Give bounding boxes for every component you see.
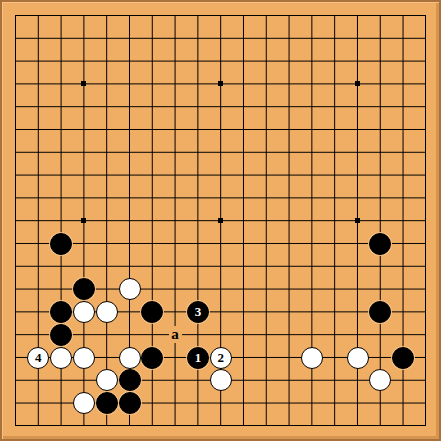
stone-white-move-2: 2 — [210, 347, 232, 369]
stone-white — [347, 347, 369, 369]
stone-white — [73, 392, 95, 414]
stone-white — [73, 301, 95, 323]
stone-black — [369, 233, 391, 255]
stone-black-move-1: 1 — [187, 347, 209, 369]
star-point — [218, 218, 223, 223]
go-diagram: a3142 — [0, 0, 441, 441]
star-point — [355, 81, 360, 86]
go-board: a3142 — [0, 0, 441, 441]
stone-black — [392, 347, 414, 369]
stone-white — [73, 347, 95, 369]
stone-white — [96, 301, 118, 323]
stone-black-move-3: 3 — [187, 301, 209, 323]
stone-white — [96, 369, 118, 391]
stone-black — [96, 392, 118, 414]
stone-white — [119, 278, 141, 300]
stone-white — [50, 347, 72, 369]
stone-white-move-4: 4 — [27, 347, 49, 369]
stone-white — [119, 347, 141, 369]
star-point — [218, 81, 223, 86]
stone-white — [210, 369, 232, 391]
stone-black — [50, 233, 72, 255]
stone-black — [119, 369, 141, 391]
stone-black — [119, 392, 141, 414]
star-point — [81, 81, 86, 86]
stone-black — [50, 324, 72, 346]
star-point — [355, 218, 360, 223]
label-a: a — [169, 326, 182, 343]
stone-white — [301, 347, 323, 369]
stone-black — [50, 301, 72, 323]
stone-black — [141, 347, 163, 369]
stone-black — [73, 278, 95, 300]
star-point — [81, 218, 86, 223]
